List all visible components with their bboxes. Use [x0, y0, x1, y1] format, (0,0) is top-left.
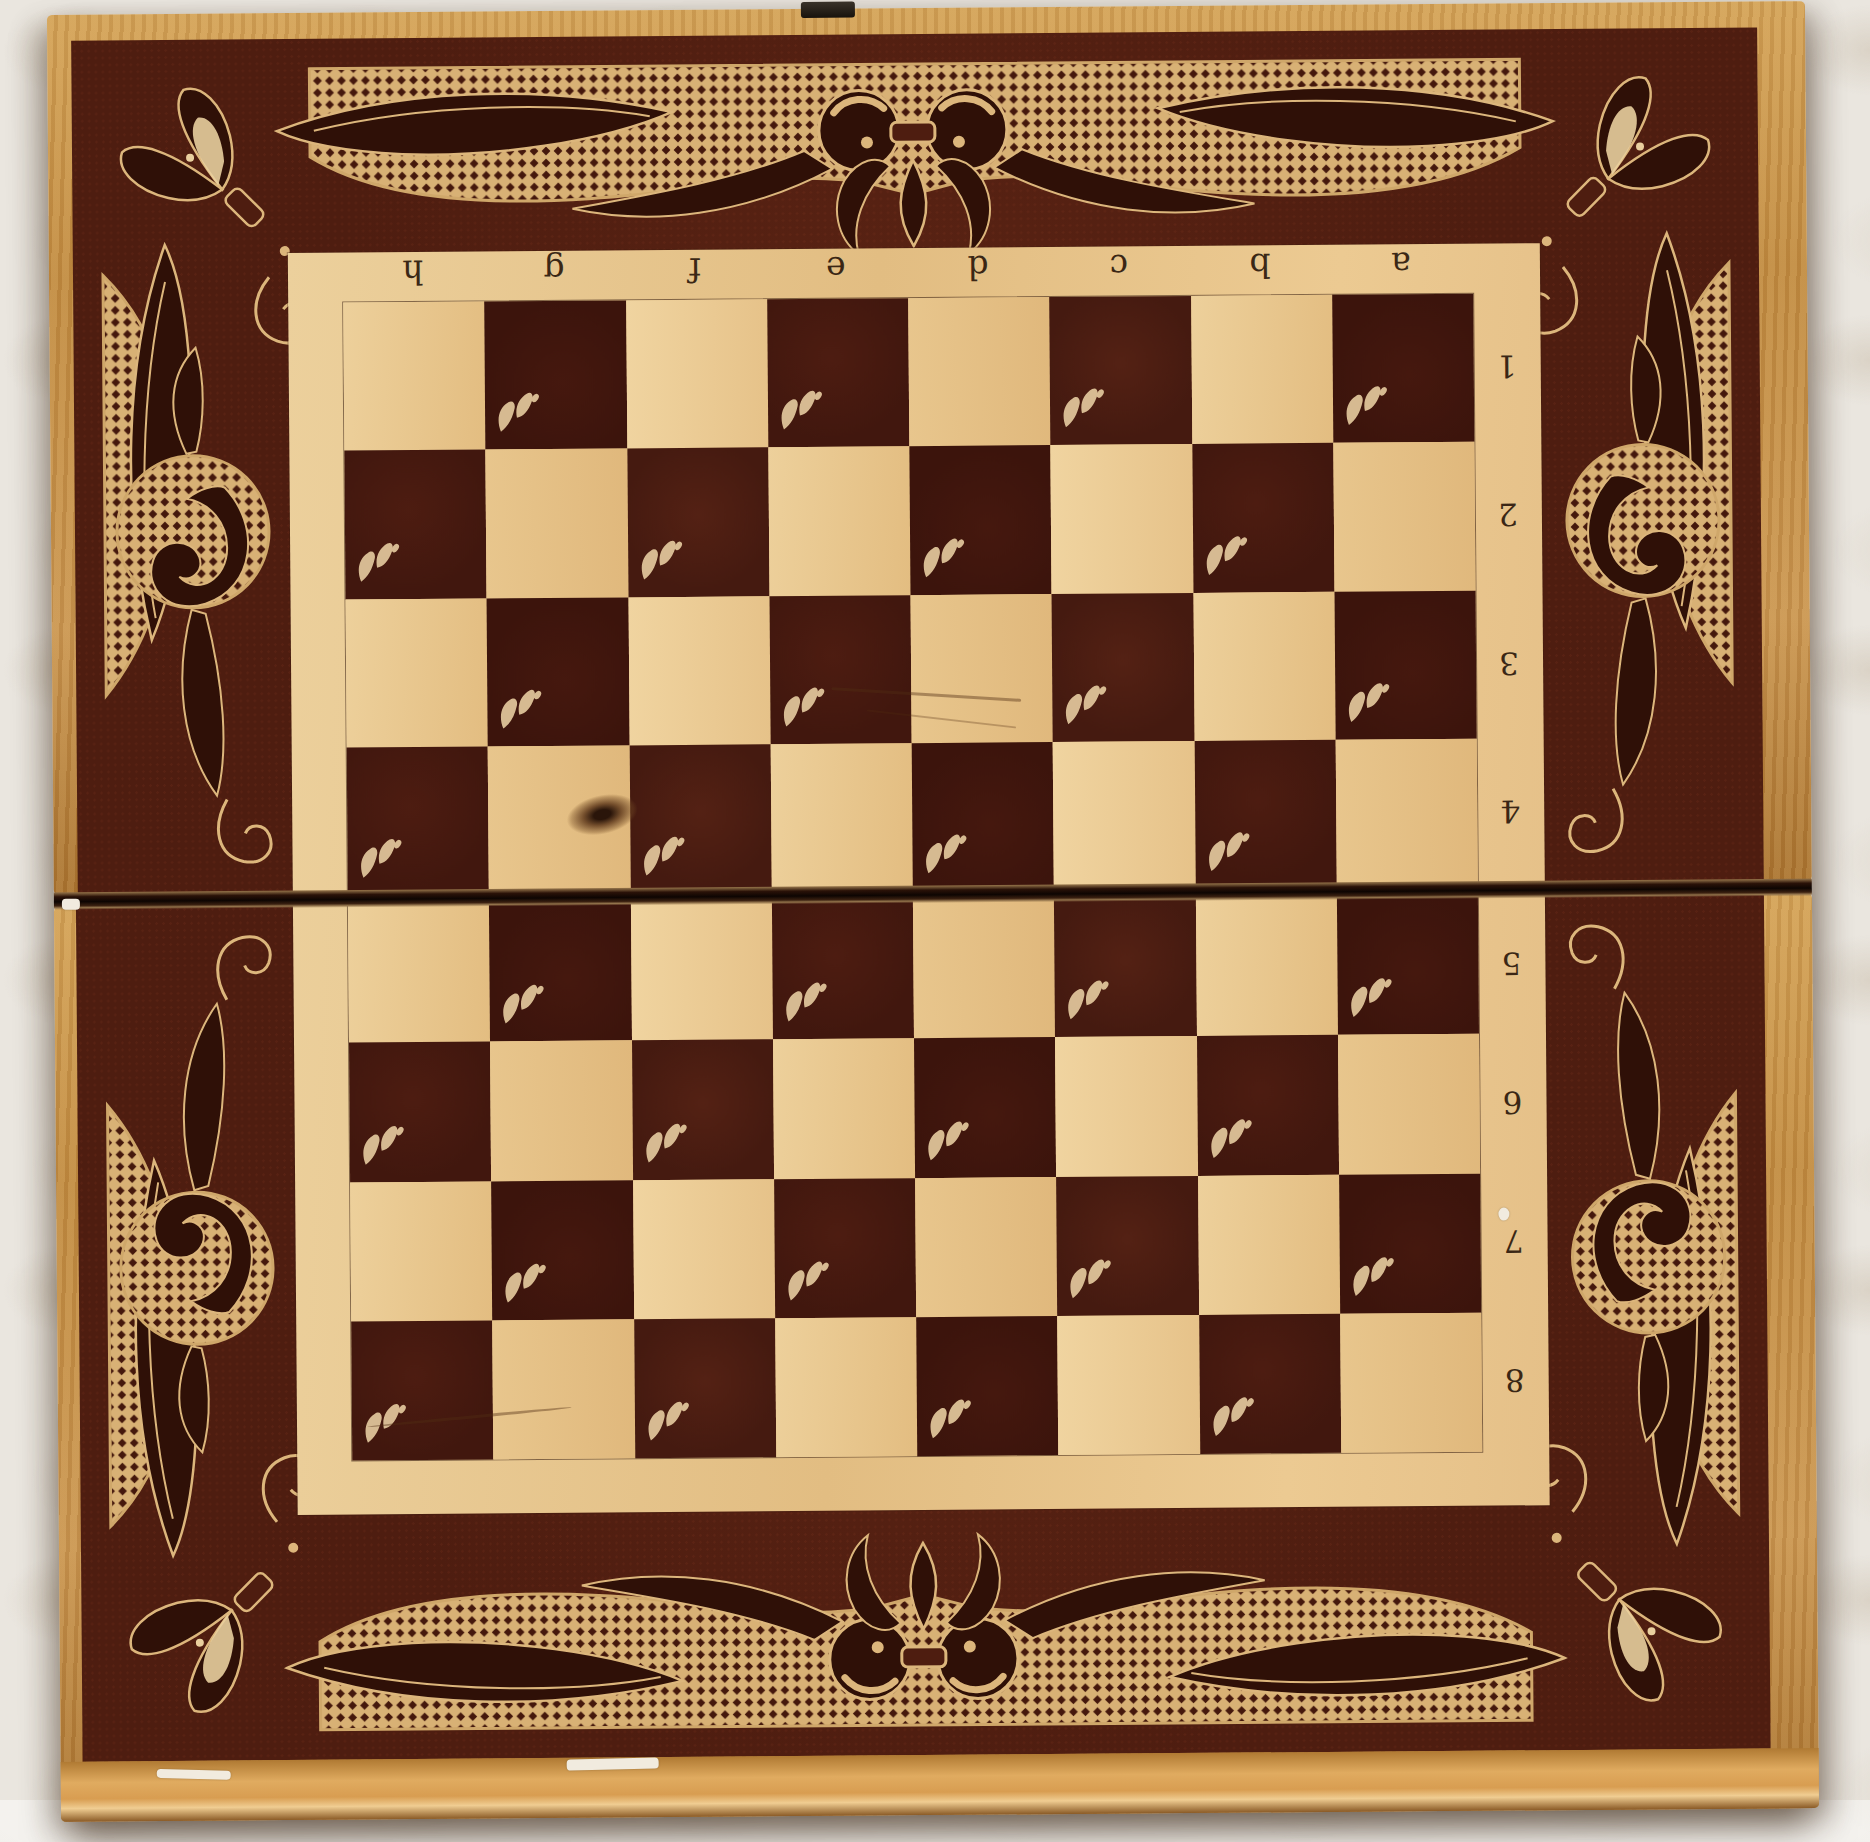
square-g5[interactable]	[489, 901, 631, 1041]
square-d1[interactable]	[908, 297, 1050, 446]
file-label-d: d	[967, 248, 988, 287]
paint-chip	[1498, 1207, 1509, 1220]
square-f4[interactable]	[629, 744, 771, 893]
square-c1[interactable]	[1049, 296, 1191, 445]
square-d2[interactable]	[909, 445, 1051, 594]
square-d6[interactable]	[914, 1037, 1056, 1177]
sprout-mark-icon	[1205, 831, 1251, 877]
square-e8[interactable]	[775, 1317, 917, 1457]
sprout-mark-icon	[644, 1400, 690, 1446]
chess-board	[342, 293, 1483, 1462]
square-e3[interactable]	[769, 595, 911, 744]
sprout-mark-icon	[495, 391, 541, 437]
sprout-mark-icon	[922, 833, 968, 879]
sprout-mark-icon	[1065, 979, 1111, 1025]
sprout-mark-icon	[638, 538, 684, 584]
sprout-mark-icon	[925, 1119, 971, 1165]
sprout-mark-icon	[1349, 1255, 1395, 1301]
rank-label-4: 4	[1500, 793, 1520, 829]
square-b1[interactable]	[1191, 295, 1333, 444]
sprout-mark-icon	[782, 981, 828, 1027]
square-f1[interactable]	[626, 299, 768, 448]
square-f7[interactable]	[633, 1179, 775, 1319]
square-h3[interactable]	[346, 598, 488, 747]
square-a5[interactable]	[1337, 895, 1479, 1035]
sprout-mark-icon	[502, 1262, 548, 1308]
sprout-mark-icon	[360, 1124, 406, 1170]
square-h4[interactable]	[347, 746, 489, 895]
file-label-g: g	[543, 251, 564, 290]
square-a8[interactable]	[1340, 1312, 1482, 1452]
square-e6[interactable]	[773, 1038, 915, 1178]
file-label-e: e	[826, 249, 846, 288]
square-g7[interactable]	[491, 1180, 633, 1320]
sprout-mark-icon	[778, 389, 824, 435]
file-label-a: a	[1391, 245, 1411, 284]
sprout-mark-icon	[640, 835, 686, 881]
square-h1[interactable]	[343, 302, 485, 451]
square-e5[interactable]	[772, 899, 914, 1039]
sprout-mark-icon	[355, 541, 401, 587]
square-d5[interactable]	[913, 898, 1055, 1038]
square-e1[interactable]	[767, 298, 909, 447]
rank-label-7: 7	[1504, 1223, 1524, 1259]
square-c4[interactable]	[1053, 741, 1195, 890]
sprout-mark-icon	[1203, 534, 1249, 580]
square-f3[interactable]	[628, 596, 770, 745]
square-a4[interactable]	[1335, 738, 1477, 887]
square-f5[interactable]	[630, 900, 772, 1040]
sprout-mark-icon	[927, 1398, 973, 1444]
paint-chip	[62, 899, 80, 910]
sprout-mark-icon	[1060, 387, 1106, 433]
sprout-mark-icon	[784, 1260, 830, 1306]
sprout-mark-icon	[500, 983, 546, 1029]
square-b4[interactable]	[1194, 740, 1336, 889]
square-c6[interactable]	[1055, 1036, 1197, 1176]
square-h8[interactable]	[351, 1320, 493, 1460]
square-g1[interactable]	[484, 300, 626, 449]
square-g8[interactable]	[492, 1319, 634, 1459]
sprout-mark-icon	[357, 837, 403, 883]
square-f8[interactable]	[634, 1318, 776, 1458]
sprout-mark-icon	[1343, 385, 1389, 431]
sprout-mark-icon	[642, 1121, 688, 1167]
file-label-h: h	[402, 252, 424, 291]
square-b6[interactable]	[1196, 1035, 1338, 1175]
square-d7[interactable]	[915, 1177, 1057, 1317]
square-h7[interactable]	[350, 1181, 492, 1321]
square-h6[interactable]	[349, 1042, 491, 1182]
hinge-icon	[801, 2, 855, 18]
square-a3[interactable]	[1334, 590, 1476, 739]
square-c7[interactable]	[1056, 1175, 1198, 1315]
square-b3[interactable]	[1193, 591, 1335, 740]
sprout-mark-icon	[1207, 1117, 1253, 1163]
paint-chip	[567, 1757, 659, 1770]
square-b8[interactable]	[1199, 1314, 1341, 1454]
rank-label-6: 6	[1503, 1084, 1523, 1120]
file-label-f: f	[689, 250, 702, 289]
square-d8[interactable]	[916, 1316, 1058, 1456]
square-h2[interactable]	[344, 450, 486, 599]
square-e4[interactable]	[770, 743, 912, 892]
rank-label-8: 8	[1505, 1363, 1525, 1399]
square-e7[interactable]	[774, 1178, 916, 1318]
square-d3[interactable]	[911, 594, 1053, 743]
file-label-c: c	[1109, 247, 1128, 286]
square-a6[interactable]	[1338, 1034, 1480, 1174]
square-a1[interactable]	[1332, 294, 1474, 443]
sprout-mark-icon	[1067, 1257, 1113, 1303]
rank-label-2: 2	[1498, 497, 1518, 533]
sprout-mark-icon	[920, 536, 966, 582]
square-f2[interactable]	[627, 448, 769, 597]
square-g2[interactable]	[486, 449, 628, 598]
square-c2[interactable]	[1051, 444, 1193, 593]
square-f6[interactable]	[632, 1040, 774, 1180]
sprout-mark-icon	[1345, 681, 1391, 727]
square-d4[interactable]	[912, 742, 1054, 891]
square-b2[interactable]	[1192, 443, 1334, 592]
square-b5[interactable]	[1195, 896, 1337, 1036]
square-g3[interactable]	[487, 597, 629, 746]
square-a2[interactable]	[1333, 442, 1475, 591]
sprout-mark-icon	[1209, 1395, 1255, 1441]
chess-board-box: hgfedcba 12345678	[47, 1, 1819, 1822]
square-h5[interactable]	[348, 902, 490, 1042]
square-b7[interactable]	[1198, 1174, 1340, 1314]
file-label-b: b	[1249, 246, 1270, 285]
sprout-mark-icon	[1062, 683, 1108, 729]
square-c3[interactable]	[1052, 592, 1194, 741]
rank-label-3: 3	[1499, 645, 1519, 681]
sprout-mark-icon	[497, 688, 543, 734]
rank-label-5: 5	[1501, 945, 1521, 981]
square-g6[interactable]	[490, 1041, 632, 1181]
sprout-mark-icon	[1347, 977, 1393, 1023]
square-c5[interactable]	[1054, 897, 1196, 1037]
square-a7[interactable]	[1339, 1173, 1481, 1313]
rank-label-1: 1	[1497, 349, 1517, 385]
photo: hgfedcba 12345678	[0, 0, 1870, 1842]
square-e2[interactable]	[768, 446, 910, 595]
square-c8[interactable]	[1057, 1315, 1199, 1455]
sprout-mark-icon	[780, 686, 826, 732]
